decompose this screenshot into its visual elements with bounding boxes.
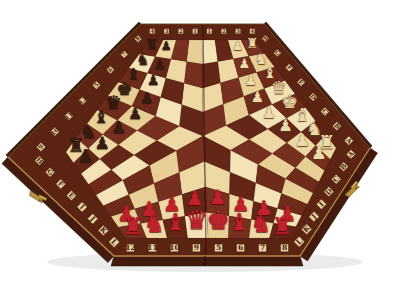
svg-text:12: 12 (125, 243, 135, 252)
white-pawn[interactable]: ♟ (245, 74, 257, 88)
white-pawn[interactable]: ♟ (311, 145, 327, 163)
red-bishop[interactable]: ♝ (165, 211, 186, 235)
red-rook[interactable]: ♜ (122, 215, 143, 239)
coordinate-label: 4 (150, 28, 155, 34)
cell (187, 40, 203, 64)
svg-text:1: 1 (193, 28, 197, 34)
red-knight[interactable]: ♞ (144, 213, 165, 237)
hexagonal-chessboard: 4321123412111095678HGFEIJKLABCDIJKL91011… (0, 0, 400, 290)
svg-text:3: 3 (165, 28, 169, 34)
coordinate-label: 6 (237, 243, 245, 252)
black-pawn[interactable]: ♟ (128, 107, 142, 123)
white-pawn[interactable]: ♟ (295, 132, 310, 149)
svg-text:2: 2 (222, 28, 226, 34)
coordinate-label: 3 (236, 28, 241, 34)
white-pawn[interactable]: ♟ (238, 57, 250, 70)
svg-text:2: 2 (179, 28, 183, 34)
coordinate-label: 1 (193, 28, 198, 34)
svg-text:1: 1 (208, 28, 212, 34)
coordinate-label: 8 (281, 243, 289, 252)
red-rook[interactable]: ♜ (272, 214, 293, 238)
svg-text:5: 5 (216, 243, 221, 252)
coordinate-label: 2 (178, 28, 183, 34)
white-rook[interactable]: ♜ (246, 38, 258, 52)
coordinate-label: 12 (125, 243, 135, 252)
coordinate-label: 10 (169, 243, 179, 252)
red-knight[interactable]: ♞ (250, 213, 271, 237)
coordinate-label: 2 (221, 28, 226, 34)
black-pawn[interactable]: ♟ (154, 57, 166, 70)
black-pawn[interactable]: ♟ (78, 148, 94, 166)
black-pawn[interactable]: ♟ (111, 121, 126, 137)
svg-text:3: 3 (236, 28, 240, 34)
svg-text:4: 4 (150, 28, 154, 34)
coordinate-label: 1 (207, 28, 212, 34)
coordinate-label: 11 (147, 243, 157, 252)
red-bishop[interactable]: ♝ (229, 211, 250, 235)
box-side-face (111, 256, 303, 266)
coordinate-label: 7 (259, 243, 267, 252)
svg-text:6: 6 (238, 243, 243, 252)
black-pawn[interactable]: ♟ (161, 40, 172, 52)
svg-text:4: 4 (251, 28, 255, 34)
black-pawn[interactable]: ♟ (94, 134, 109, 151)
three-player-chess-photo: 4321123412111095678HGFEIJKLABCDIJKL91011… (0, 0, 400, 290)
white-pawn[interactable]: ♟ (278, 119, 293, 135)
red-queen[interactable]: ♛ (185, 207, 208, 233)
white-pawn[interactable]: ♟ (262, 105, 276, 121)
svg-text:10: 10 (169, 243, 179, 252)
coordinate-label: 4 (250, 28, 255, 34)
coordinate-label: 9 (193, 243, 201, 252)
black-pawn[interactable]: ♟ (147, 74, 159, 88)
svg-text:7: 7 (260, 243, 265, 252)
black-rook[interactable]: ♜ (146, 38, 158, 52)
white-pawn[interactable]: ♟ (232, 40, 243, 52)
svg-text:8: 8 (282, 243, 287, 252)
svg-text:9: 9 (194, 243, 199, 252)
svg-text:11: 11 (147, 243, 157, 252)
coordinate-label: 3 (164, 28, 169, 34)
red-king[interactable]: ♚ (206, 207, 229, 233)
coordinate-label: 5 (215, 243, 223, 252)
